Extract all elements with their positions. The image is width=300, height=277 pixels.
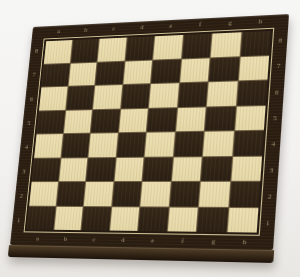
square-a1[interactable] — [27, 206, 56, 230]
file-label-bottom-b: b — [51, 233, 80, 247]
square-f1[interactable] — [167, 207, 198, 232]
square-d3[interactable] — [114, 157, 143, 181]
square-b8[interactable] — [70, 39, 98, 63]
square-g3[interactable] — [201, 156, 232, 180]
rank-label-right-2: 2 — [262, 184, 278, 211]
square-g2[interactable] — [199, 182, 230, 207]
file-label-bottom-d: d — [108, 234, 138, 248]
scene-background: abcdefgh 87654321 87654321 abcdefgh — [0, 0, 300, 277]
file-label-bottom-a: a — [23, 232, 52, 245]
file-label-bottom-e: e — [137, 234, 168, 248]
square-f6[interactable] — [178, 82, 208, 106]
square-a3[interactable] — [32, 158, 60, 181]
square-c5[interactable] — [91, 109, 120, 133]
file-label-bottom-g: g — [197, 235, 229, 249]
square-b7[interactable] — [68, 62, 96, 85]
square-f5[interactable] — [176, 107, 206, 131]
square-c7[interactable] — [95, 61, 124, 85]
square-d2[interactable] — [112, 182, 142, 206]
square-g7[interactable] — [209, 57, 239, 82]
square-b3[interactable] — [59, 158, 88, 181]
rank-label-right-5: 5 — [267, 105, 283, 131]
square-a5[interactable] — [37, 110, 65, 133]
file-label-bottom-h: h — [228, 235, 261, 249]
square-g8[interactable] — [211, 32, 241, 57]
file-label-bottom-f: f — [167, 234, 198, 248]
rank-label-right-4: 4 — [265, 131, 281, 157]
square-a7[interactable] — [41, 63, 69, 86]
square-d5[interactable] — [119, 108, 148, 132]
square-g6[interactable] — [207, 81, 237, 106]
square-h8[interactable] — [240, 31, 271, 56]
square-e6[interactable] — [149, 83, 179, 107]
square-h5[interactable] — [235, 106, 266, 131]
square-e8[interactable] — [153, 35, 182, 59]
square-c3[interactable] — [86, 158, 115, 182]
square-h2[interactable] — [229, 182, 260, 207]
square-e1[interactable] — [138, 207, 168, 231]
square-c8[interactable] — [98, 38, 127, 62]
rank-label-right-7: 7 — [271, 54, 287, 80]
chess-board: abcdefgh 87654321 87654321 abcdefgh — [10, 14, 289, 250]
square-f4[interactable] — [173, 132, 203, 156]
square-e2[interactable] — [140, 182, 170, 206]
square-d1[interactable] — [110, 207, 140, 231]
square-g5[interactable] — [205, 106, 236, 130]
square-h1[interactable] — [227, 207, 258, 232]
rank-label-right-6: 6 — [269, 79, 285, 105]
square-f2[interactable] — [169, 182, 199, 206]
square-b4[interactable] — [61, 134, 90, 157]
square-b2[interactable] — [56, 182, 85, 205]
square-b5[interactable] — [63, 110, 92, 133]
rank-label-right-3: 3 — [263, 157, 279, 183]
board-pinstripe-inlay — [24, 28, 275, 236]
square-h3[interactable] — [231, 156, 262, 181]
square-e4[interactable] — [145, 132, 175, 156]
square-e5[interactable] — [147, 108, 177, 132]
square-b1[interactable] — [54, 206, 83, 230]
square-g1[interactable] — [197, 207, 228, 232]
square-c2[interactable] — [84, 182, 113, 206]
square-h4[interactable] — [233, 131, 264, 156]
square-c4[interactable] — [88, 133, 117, 157]
square-h6[interactable] — [237, 80, 268, 105]
square-c1[interactable] — [81, 207, 110, 231]
board-squares — [27, 31, 271, 233]
square-d7[interactable] — [123, 60, 152, 84]
square-e7[interactable] — [151, 59, 181, 83]
square-d4[interactable] — [116, 133, 145, 157]
file-label-bottom-c: c — [79, 233, 109, 247]
square-a8[interactable] — [44, 40, 72, 63]
square-b6[interactable] — [66, 86, 94, 109]
square-e3[interactable] — [142, 157, 172, 181]
square-d6[interactable] — [121, 84, 150, 108]
board-shadow-wrapper: abcdefgh 87654321 87654321 abcdefgh — [0, 0, 300, 277]
square-g4[interactable] — [203, 131, 234, 155]
square-d8[interactable] — [125, 36, 154, 60]
square-a4[interactable] — [34, 134, 62, 157]
square-h7[interactable] — [238, 56, 269, 81]
square-f3[interactable] — [171, 157, 201, 181]
square-c6[interactable] — [93, 85, 122, 109]
square-f7[interactable] — [180, 58, 210, 82]
square-a2[interactable] — [29, 182, 57, 205]
square-a6[interactable] — [39, 87, 67, 110]
rank-label-right-8: 8 — [272, 28, 288, 54]
rank-label-right-1: 1 — [260, 210, 276, 237]
square-f8[interactable] — [182, 34, 212, 58]
